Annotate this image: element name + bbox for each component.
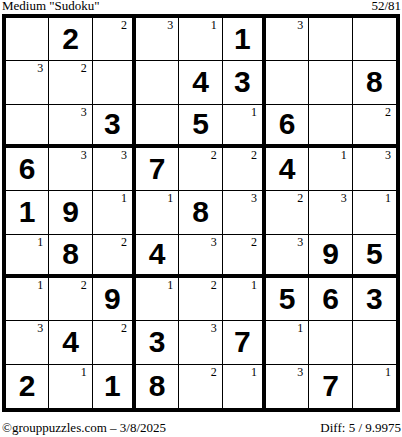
cell-r8c1[interactable]: 3 bbox=[6, 321, 49, 364]
cell-r6c2[interactable]: 8 bbox=[49, 235, 92, 278]
pencil-mark: 2 bbox=[297, 191, 303, 205]
cell-r9c5[interactable]: 2 bbox=[179, 365, 222, 408]
cell-r9c7[interactable]: 3 bbox=[266, 365, 309, 408]
cell-r4c8[interactable]: 1 bbox=[309, 148, 352, 191]
pencil-mark: 1 bbox=[37, 278, 43, 292]
cell-r4c1[interactable]: 6 bbox=[6, 148, 49, 191]
cell-r2c7[interactable] bbox=[266, 61, 309, 104]
given-digit: 4 bbox=[192, 67, 209, 97]
cell-r9c4[interactable]: 8 bbox=[136, 365, 179, 408]
cell-r3c4[interactable] bbox=[136, 105, 179, 148]
pencil-mark: 1 bbox=[81, 365, 87, 379]
cell-r1c2[interactable]: 2 bbox=[49, 18, 92, 61]
cell-r5c6[interactable]: 3 bbox=[223, 191, 266, 234]
cell-r1c5[interactable]: 1 bbox=[179, 18, 222, 61]
cell-r3c3[interactable]: 3 bbox=[93, 105, 136, 148]
given-digit: 2 bbox=[62, 24, 79, 54]
cell-r5c5[interactable]: 8 bbox=[179, 191, 222, 234]
given-digit: 3 bbox=[104, 109, 121, 139]
pencil-mark: 3 bbox=[37, 321, 43, 335]
pencil-mark: 2 bbox=[211, 365, 217, 379]
given-digit: 1 bbox=[234, 24, 251, 54]
given-digit: 8 bbox=[149, 371, 166, 401]
pencil-mark: 3 bbox=[297, 235, 303, 249]
pencil-mark: 2 bbox=[81, 61, 87, 75]
cell-r4c5[interactable]: 2 bbox=[179, 148, 222, 191]
pencil-mark: 2 bbox=[211, 148, 217, 162]
cell-r9c9[interactable]: 1 bbox=[353, 365, 396, 408]
cell-r5c2[interactable]: 9 bbox=[49, 191, 92, 234]
cell-r4c2[interactable]: 3 bbox=[49, 148, 92, 191]
pencil-mark: 3 bbox=[385, 148, 391, 162]
given-digit: 8 bbox=[192, 197, 209, 227]
pencil-mark: 1 bbox=[251, 278, 257, 292]
cell-r6c9[interactable]: 5 bbox=[353, 235, 396, 278]
cell-r7c3[interactable]: 9 bbox=[93, 278, 136, 321]
given-digit: 9 bbox=[104, 284, 121, 314]
given-digit: 6 bbox=[19, 154, 36, 184]
pencil-mark: 1 bbox=[37, 235, 43, 249]
cell-r1c1[interactable] bbox=[6, 18, 49, 61]
given-digit: 2 bbox=[19, 371, 36, 401]
pencil-mark: 1 bbox=[167, 191, 173, 205]
given-digit: 7 bbox=[322, 371, 339, 401]
given-digit: 8 bbox=[62, 239, 79, 269]
pencil-mark: 3 bbox=[81, 148, 87, 162]
difficulty-rating: Diff: 5 / 9.9975 bbox=[320, 420, 401, 436]
cell-r2c4[interactable] bbox=[136, 61, 179, 104]
given-digit: 3 bbox=[366, 284, 383, 314]
cell-r5c8[interactable]: 3 bbox=[309, 191, 352, 234]
pencil-mark: 3 bbox=[167, 18, 173, 32]
given-digit: 1 bbox=[19, 197, 36, 227]
cell-r5c9[interactable]: 1 bbox=[353, 191, 396, 234]
given-digit: 7 bbox=[149, 154, 166, 184]
cell-r2c3[interactable] bbox=[93, 61, 136, 104]
sudoku-board: 2231133243833516263372241319118323118243… bbox=[2, 14, 400, 412]
cell-r4c7[interactable]: 4 bbox=[266, 148, 309, 191]
cell-r6c3[interactable]: 2 bbox=[93, 235, 136, 278]
pencil-mark: 3 bbox=[37, 61, 43, 75]
pencil-mark: 2 bbox=[251, 235, 257, 249]
cell-r5c4[interactable]: 1 bbox=[136, 191, 179, 234]
cell-r4c6[interactable]: 2 bbox=[223, 148, 266, 191]
pencil-mark: 3 bbox=[297, 365, 303, 379]
given-digit: 5 bbox=[192, 109, 209, 139]
copyright-date: ©grouppuzzles.com – 3/8/2025 bbox=[2, 420, 166, 436]
given-digit: 9 bbox=[322, 239, 339, 269]
cell-r7c6[interactable]: 1 bbox=[223, 278, 266, 321]
cell-r8c2[interactable]: 4 bbox=[49, 321, 92, 364]
given-digit: 4 bbox=[62, 327, 79, 357]
pencil-mark: 2 bbox=[121, 235, 127, 249]
cell-r2c8[interactable] bbox=[309, 61, 352, 104]
pencil-mark: 2 bbox=[385, 105, 391, 119]
cell-r6c6[interactable]: 2 bbox=[223, 235, 266, 278]
pencil-mark: 3 bbox=[297, 18, 303, 32]
cell-r7c1[interactable]: 1 bbox=[6, 278, 49, 321]
cell-r8c8[interactable] bbox=[309, 321, 352, 364]
cell-r7c5[interactable]: 2 bbox=[179, 278, 222, 321]
cell-r1c8[interactable] bbox=[309, 18, 352, 61]
cell-r4c4[interactable]: 7 bbox=[136, 148, 179, 191]
cell-r8c5[interactable]: 3 bbox=[179, 321, 222, 364]
given-digit: 3 bbox=[149, 327, 166, 357]
cell-r9c8[interactable]: 7 bbox=[309, 365, 352, 408]
given-digit: 5 bbox=[366, 239, 383, 269]
pencil-mark: 1 bbox=[297, 321, 303, 335]
cell-r9c1[interactable]: 2 bbox=[6, 365, 49, 408]
pencil-mark: 1 bbox=[341, 148, 347, 162]
cell-r4c9[interactable]: 3 bbox=[353, 148, 396, 191]
pencil-mark: 2 bbox=[211, 278, 217, 292]
cell-r3c2[interactable]: 3 bbox=[49, 105, 92, 148]
cell-r9c6[interactable]: 1 bbox=[223, 365, 266, 408]
given-digit: 3 bbox=[234, 67, 251, 97]
pencil-mark: 3 bbox=[81, 105, 87, 119]
given-digit: 4 bbox=[149, 239, 166, 269]
cell-r5c3[interactable]: 1 bbox=[93, 191, 136, 234]
cell-r2c6[interactable]: 3 bbox=[223, 61, 266, 104]
cell-r8c7[interactable]: 1 bbox=[266, 321, 309, 364]
pencil-mark: 1 bbox=[385, 365, 391, 379]
pencil-mark: 3 bbox=[121, 148, 127, 162]
cell-r8c6[interactable]: 7 bbox=[223, 321, 266, 364]
cell-r1c9[interactable] bbox=[353, 18, 396, 61]
pencil-mark: 1 bbox=[385, 191, 391, 205]
pencil-mark: 3 bbox=[251, 191, 257, 205]
cell-r3c6[interactable]: 1 bbox=[223, 105, 266, 148]
cell-r1c4[interactable]: 3 bbox=[136, 18, 179, 61]
progress-counter: 52/81 bbox=[371, 0, 401, 14]
cell-r2c2[interactable]: 2 bbox=[49, 61, 92, 104]
cell-r3c9[interactable]: 2 bbox=[353, 105, 396, 148]
cell-r1c6[interactable]: 1 bbox=[223, 18, 266, 61]
cell-r3c5[interactable]: 5 bbox=[179, 105, 222, 148]
cell-r6c4[interactable]: 4 bbox=[136, 235, 179, 278]
pencil-mark: 1 bbox=[251, 365, 257, 379]
cell-r4c3[interactable]: 3 bbox=[93, 148, 136, 191]
cell-r9c2[interactable]: 1 bbox=[49, 365, 92, 408]
pencil-mark: 3 bbox=[211, 235, 217, 249]
cell-r2c5[interactable]: 4 bbox=[179, 61, 222, 104]
given-digit: 9 bbox=[62, 197, 79, 227]
pencil-mark: 1 bbox=[211, 18, 217, 32]
cell-r7c7[interactable]: 5 bbox=[266, 278, 309, 321]
pencil-mark: 3 bbox=[211, 321, 217, 335]
cell-r5c7[interactable]: 2 bbox=[266, 191, 309, 234]
given-digit: 6 bbox=[322, 284, 339, 314]
given-digit: 5 bbox=[279, 284, 296, 314]
pencil-mark: 2 bbox=[121, 321, 127, 335]
cell-r7c2[interactable]: 2 bbox=[49, 278, 92, 321]
given-digit: 4 bbox=[279, 154, 296, 184]
pencil-mark: 2 bbox=[81, 278, 87, 292]
cell-r9c3[interactable]: 1 bbox=[93, 365, 136, 408]
page-title: Medium "Sudoku" bbox=[2, 0, 100, 14]
pencil-mark: 2 bbox=[121, 18, 127, 32]
cell-r6c1[interactable]: 1 bbox=[6, 235, 49, 278]
pencil-mark: 2 bbox=[251, 148, 257, 162]
given-digit: 1 bbox=[104, 371, 121, 401]
cell-r1c7[interactable]: 3 bbox=[266, 18, 309, 61]
pencil-mark: 1 bbox=[121, 191, 127, 205]
given-digit: 6 bbox=[279, 109, 296, 139]
given-digit: 7 bbox=[234, 327, 251, 357]
cell-r8c4[interactable]: 3 bbox=[136, 321, 179, 364]
cell-r5c1[interactable]: 1 bbox=[6, 191, 49, 234]
cell-r7c8[interactable]: 6 bbox=[309, 278, 352, 321]
cell-r3c1[interactable] bbox=[6, 105, 49, 148]
cell-r6c7[interactable]: 3 bbox=[266, 235, 309, 278]
cell-r2c1[interactable]: 3 bbox=[6, 61, 49, 104]
given-digit: 8 bbox=[366, 67, 383, 97]
cell-r7c4[interactable]: 1 bbox=[136, 278, 179, 321]
cell-r1c3[interactable]: 2 bbox=[93, 18, 136, 61]
cell-r7c9[interactable]: 3 bbox=[353, 278, 396, 321]
cell-r2c9[interactable]: 8 bbox=[353, 61, 396, 104]
cell-r3c7[interactable]: 6 bbox=[266, 105, 309, 148]
cell-r6c8[interactable]: 9 bbox=[309, 235, 352, 278]
cell-r8c9[interactable] bbox=[353, 321, 396, 364]
cell-r3c8[interactable] bbox=[309, 105, 352, 148]
cell-r6c5[interactable]: 3 bbox=[179, 235, 222, 278]
cell-r8c3[interactable]: 2 bbox=[93, 321, 136, 364]
pencil-mark: 3 bbox=[341, 191, 347, 205]
pencil-mark: 1 bbox=[251, 105, 257, 119]
pencil-mark: 1 bbox=[167, 278, 173, 292]
